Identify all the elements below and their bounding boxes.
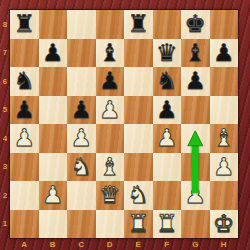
- square-d2[interactable]: ♛: [96, 181, 125, 210]
- rank-label-5: 5: [0, 96, 10, 125]
- file-label-e: E: [124, 238, 153, 250]
- file-label-a: A: [10, 238, 39, 250]
- file-label-f: F: [153, 238, 182, 250]
- square-h1[interactable]: ♚: [210, 210, 239, 239]
- piece-white-king-h1[interactable]: ♚: [213, 212, 235, 236]
- square-g6[interactable]: ♟: [181, 67, 210, 96]
- square-a4[interactable]: ♟: [10, 124, 39, 153]
- piece-white-knight-c3[interactable]: ♞: [70, 155, 92, 179]
- square-b3[interactable]: [39, 153, 68, 182]
- piece-black-knight-f6[interactable]: ♞: [156, 69, 178, 93]
- piece-black-rook-a8[interactable]: ♜: [13, 12, 35, 36]
- square-b4[interactable]: [39, 124, 68, 153]
- square-a1[interactable]: [10, 210, 39, 239]
- square-d6[interactable]: ♟: [96, 67, 125, 96]
- square-c7[interactable]: [67, 39, 96, 68]
- square-e8[interactable]: ♜: [124, 10, 153, 39]
- square-d4[interactable]: [96, 124, 125, 153]
- square-b7[interactable]: ♟: [39, 39, 68, 68]
- piece-white-pawn-a4[interactable]: ♟: [13, 126, 35, 150]
- file-labels: ABCDEFGH: [10, 238, 238, 250]
- square-c8[interactable]: [67, 10, 96, 39]
- square-g1[interactable]: [181, 210, 210, 239]
- file-label-d: D: [96, 238, 125, 250]
- square-d1[interactable]: [96, 210, 125, 239]
- rank-labels: 87654321: [0, 10, 10, 238]
- square-b5[interactable]: [39, 96, 68, 125]
- square-c6[interactable]: [67, 67, 96, 96]
- square-f8[interactable]: [153, 10, 182, 39]
- square-g3[interactable]: [181, 153, 210, 182]
- square-c3[interactable]: ♞: [67, 153, 96, 182]
- square-e3[interactable]: [124, 153, 153, 182]
- file-label-b: B: [39, 238, 68, 250]
- square-g4[interactable]: [181, 124, 210, 153]
- piece-black-pawn-g6[interactable]: ♟: [184, 69, 206, 93]
- square-b6[interactable]: [39, 67, 68, 96]
- piece-white-pawn-d5[interactable]: ♟: [99, 98, 121, 122]
- piece-white-rook-e1[interactable]: ♜: [127, 212, 149, 236]
- piece-white-bishop-h4[interactable]: ♝: [213, 126, 235, 150]
- square-c4[interactable]: ♟: [67, 124, 96, 153]
- square-a6[interactable]: ♞: [10, 67, 39, 96]
- square-h8[interactable]: [210, 10, 239, 39]
- square-h5[interactable]: [210, 96, 239, 125]
- square-e7[interactable]: [124, 39, 153, 68]
- piece-white-pawn-b2[interactable]: ♟: [42, 183, 64, 207]
- piece-black-king-g8[interactable]: ♚: [184, 12, 206, 36]
- rank-label-7: 7: [0, 39, 10, 68]
- square-d3[interactable]: ♝: [96, 153, 125, 182]
- square-g7[interactable]: ♝: [181, 39, 210, 68]
- piece-black-queen-f7[interactable]: ♛: [156, 41, 178, 65]
- square-d5[interactable]: ♟: [96, 96, 125, 125]
- square-g5[interactable]: [181, 96, 210, 125]
- square-e4[interactable]: [124, 124, 153, 153]
- square-f3[interactable]: [153, 153, 182, 182]
- square-f2[interactable]: [153, 181, 182, 210]
- rank-label-2: 2: [0, 181, 10, 210]
- rank-label-6: 6: [0, 67, 10, 96]
- square-a5[interactable]: ♟: [10, 96, 39, 125]
- square-g2[interactable]: ♟: [181, 181, 210, 210]
- square-f6[interactable]: ♞: [153, 67, 182, 96]
- square-b2[interactable]: ♟: [39, 181, 68, 210]
- square-a7[interactable]: [10, 39, 39, 68]
- square-h6[interactable]: [210, 67, 239, 96]
- rank-label-3: 3: [0, 153, 10, 182]
- piece-black-pawn-c5[interactable]: ♟: [70, 98, 92, 122]
- square-a8[interactable]: ♜: [10, 10, 39, 39]
- square-d7[interactable]: ♝: [96, 39, 125, 68]
- square-c1[interactable]: [67, 210, 96, 239]
- piece-white-knight-e2[interactable]: ♞: [127, 183, 149, 207]
- piece-white-rook-f1[interactable]: ♜: [156, 212, 178, 236]
- piece-black-bishop-g7[interactable]: ♝: [184, 41, 206, 65]
- rank-label-8: 8: [0, 10, 10, 39]
- square-e2[interactable]: ♞: [124, 181, 153, 210]
- piece-black-pawn-b7[interactable]: ♟: [42, 41, 64, 65]
- board-frame: 87654321 ABCDEFGH ♜♜♚♟♝♛♝♟♞♟♞♟♟♟♟♟♟♟♟♝♞♝…: [0, 0, 250, 250]
- square-f1[interactable]: ♜: [153, 210, 182, 239]
- square-h7[interactable]: ♟: [210, 39, 239, 68]
- file-label-c: C: [67, 238, 96, 250]
- piece-white-bishop-d3[interactable]: ♝: [99, 155, 121, 179]
- square-h2[interactable]: [210, 181, 239, 210]
- square-h3[interactable]: ♟: [210, 153, 239, 182]
- piece-black-knight-a6[interactable]: ♞: [13, 69, 35, 93]
- square-g8[interactable]: ♚: [181, 10, 210, 39]
- piece-black-pawn-h7[interactable]: ♟: [213, 41, 235, 65]
- piece-white-pawn-c4[interactable]: ♟: [70, 126, 92, 150]
- piece-white-pawn-f4[interactable]: ♟: [156, 126, 178, 150]
- piece-white-pawn-h3[interactable]: ♟: [213, 155, 235, 179]
- square-b1[interactable]: [39, 210, 68, 239]
- piece-black-pawn-a5[interactable]: ♟: [13, 98, 35, 122]
- square-a3[interactable]: [10, 153, 39, 182]
- rank-label-4: 4: [0, 124, 10, 153]
- rank-label-1: 1: [0, 210, 10, 239]
- chess-board[interactable]: ♜♜♚♟♝♛♝♟♞♟♞♟♟♟♟♟♟♟♟♝♞♝♟♟♛♞♟♜♜♚: [10, 10, 238, 238]
- square-f5[interactable]: ♟: [153, 96, 182, 125]
- piece-black-pawn-f5[interactable]: ♟: [156, 98, 178, 122]
- file-label-h: H: [210, 238, 239, 250]
- square-e1[interactable]: ♜: [124, 210, 153, 239]
- piece-black-bishop-d7[interactable]: ♝: [99, 41, 121, 65]
- piece-black-rook-e8[interactable]: ♜: [127, 12, 149, 36]
- square-c2[interactable]: [67, 181, 96, 210]
- square-h4[interactable]: ♝: [210, 124, 239, 153]
- square-a2[interactable]: [10, 181, 39, 210]
- square-b8[interactable]: [39, 10, 68, 39]
- piece-black-pawn-d6[interactable]: ♟: [99, 69, 121, 93]
- square-d8[interactable]: [96, 10, 125, 39]
- square-f7[interactable]: ♛: [153, 39, 182, 68]
- square-f4[interactable]: ♟: [153, 124, 182, 153]
- square-e6[interactable]: [124, 67, 153, 96]
- piece-white-pawn-g2[interactable]: ♟: [184, 183, 206, 207]
- square-c5[interactable]: ♟: [67, 96, 96, 125]
- piece-white-queen-d2[interactable]: ♛: [99, 183, 121, 207]
- file-label-g: G: [181, 238, 210, 250]
- square-e5[interactable]: [124, 96, 153, 125]
